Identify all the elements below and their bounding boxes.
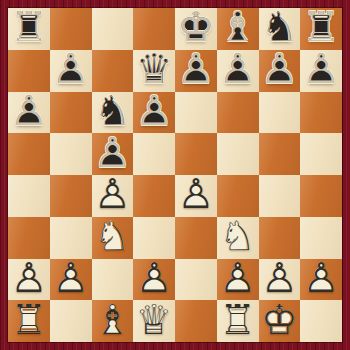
square-e4[interactable]: ♟♙ bbox=[175, 175, 217, 217]
square-b7[interactable]: ♟♙ bbox=[50, 50, 92, 92]
square-g2[interactable]: ♟♙ bbox=[259, 259, 301, 301]
piece-glyph-line: ♙ bbox=[10, 91, 47, 132]
square-a7[interactable] bbox=[8, 50, 50, 92]
white-knight[interactable]: ♞♘ bbox=[217, 217, 259, 259]
square-g7[interactable]: ♟♙ bbox=[259, 50, 301, 92]
square-c2[interactable] bbox=[92, 259, 134, 301]
square-d8[interactable] bbox=[133, 8, 175, 50]
piece-glyph-line: ♘ bbox=[261, 7, 298, 48]
square-h2[interactable]: ♟♙ bbox=[300, 259, 342, 301]
square-f8[interactable]: ♝♗ bbox=[217, 8, 259, 50]
square-f7[interactable]: ♟♙ bbox=[217, 50, 259, 92]
square-c8[interactable] bbox=[92, 8, 134, 50]
piece-glyph-line: ♖ bbox=[10, 300, 47, 341]
square-f1[interactable]: ♜♖ bbox=[217, 300, 259, 342]
square-f3[interactable]: ♞♘ bbox=[217, 217, 259, 259]
square-e7[interactable]: ♟♙ bbox=[175, 50, 217, 92]
black-knight[interactable]: ♞♘ bbox=[92, 92, 134, 134]
white-pawn[interactable]: ♟♙ bbox=[50, 259, 92, 301]
piece-glyph-line: ♘ bbox=[94, 91, 131, 132]
square-a5[interactable] bbox=[8, 133, 50, 175]
black-rook[interactable]: ♜♖ bbox=[8, 8, 50, 50]
piece-glyph-line: ♙ bbox=[136, 91, 173, 132]
square-h7[interactable]: ♟♙ bbox=[300, 50, 342, 92]
piece-glyph-line: ♙ bbox=[10, 258, 47, 299]
black-pawn[interactable]: ♟♙ bbox=[175, 50, 217, 92]
piece-glyph-line: ♕ bbox=[136, 49, 173, 90]
square-b6[interactable] bbox=[50, 92, 92, 134]
white-pawn[interactable]: ♟♙ bbox=[92, 175, 134, 217]
square-e2[interactable] bbox=[175, 259, 217, 301]
square-e8[interactable]: ♚♔ bbox=[175, 8, 217, 50]
piece-glyph-line: ♙ bbox=[94, 133, 131, 174]
square-h8[interactable]: ♜♖ bbox=[300, 8, 342, 50]
square-e1[interactable] bbox=[175, 300, 217, 342]
white-pawn[interactable]: ♟♙ bbox=[175, 175, 217, 217]
square-a1[interactable]: ♜♖ bbox=[8, 300, 50, 342]
square-g4[interactable] bbox=[259, 175, 301, 217]
black-pawn[interactable]: ♟♙ bbox=[133, 92, 175, 134]
piece-glyph-line: ♙ bbox=[177, 49, 214, 90]
square-d4[interactable] bbox=[133, 175, 175, 217]
square-a3[interactable] bbox=[8, 217, 50, 259]
white-pawn[interactable]: ♟♙ bbox=[217, 259, 259, 301]
black-pawn[interactable]: ♟♙ bbox=[8, 92, 50, 134]
black-queen[interactable]: ♛♕ bbox=[133, 50, 175, 92]
white-queen[interactable]: ♛♕ bbox=[133, 300, 175, 342]
square-h6[interactable] bbox=[300, 92, 342, 134]
square-b4[interactable] bbox=[50, 175, 92, 217]
square-g1[interactable]: ♚♔ bbox=[259, 300, 301, 342]
piece-glyph-line: ♙ bbox=[219, 258, 256, 299]
white-king[interactable]: ♚♔ bbox=[259, 300, 301, 342]
white-pawn[interactable]: ♟♙ bbox=[259, 259, 301, 301]
square-e5[interactable] bbox=[175, 133, 217, 175]
piece-glyph-line: ♙ bbox=[261, 258, 298, 299]
square-c1[interactable]: ♝♗ bbox=[92, 300, 134, 342]
board-frame: ♜♖♚♔♝♗♞♘♜♖♟♙♛♕♟♙♟♙♟♙♟♙♟♙♞♘♟♙♟♙♟♙♟♙♞♘♞♘♟♙… bbox=[0, 0, 350, 350]
piece-glyph-line: ♙ bbox=[136, 258, 173, 299]
square-d3[interactable] bbox=[133, 217, 175, 259]
square-d6[interactable]: ♟♙ bbox=[133, 92, 175, 134]
black-pawn[interactable]: ♟♙ bbox=[92, 133, 134, 175]
black-pawn[interactable]: ♟♙ bbox=[217, 50, 259, 92]
piece-glyph-line: ♖ bbox=[10, 7, 47, 48]
square-h4[interactable] bbox=[300, 175, 342, 217]
piece-glyph-line: ♙ bbox=[94, 174, 131, 215]
square-d7[interactable]: ♛♕ bbox=[133, 50, 175, 92]
piece-glyph-line: ♙ bbox=[303, 49, 340, 90]
square-e3[interactable] bbox=[175, 217, 217, 259]
piece-glyph-line: ♔ bbox=[177, 7, 214, 48]
black-rook[interactable]: ♜♖ bbox=[300, 8, 342, 50]
square-f4[interactable] bbox=[217, 175, 259, 217]
piece-glyph-line: ♔ bbox=[261, 300, 298, 341]
piece-glyph-line: ♙ bbox=[52, 258, 89, 299]
white-pawn[interactable]: ♟♙ bbox=[300, 259, 342, 301]
square-d1[interactable]: ♛♕ bbox=[133, 300, 175, 342]
square-b3[interactable] bbox=[50, 217, 92, 259]
piece-glyph-line: ♙ bbox=[219, 49, 256, 90]
square-f2[interactable]: ♟♙ bbox=[217, 259, 259, 301]
white-rook[interactable]: ♜♖ bbox=[217, 300, 259, 342]
square-b1[interactable] bbox=[50, 300, 92, 342]
square-b5[interactable] bbox=[50, 133, 92, 175]
piece-glyph-line: ♙ bbox=[52, 49, 89, 90]
piece-glyph-line: ♙ bbox=[303, 258, 340, 299]
black-king[interactable]: ♚♔ bbox=[175, 8, 217, 50]
square-a4[interactable] bbox=[8, 175, 50, 217]
white-knight[interactable]: ♞♘ bbox=[92, 217, 134, 259]
square-a8[interactable]: ♜♖ bbox=[8, 8, 50, 50]
square-a2[interactable]: ♟♙ bbox=[8, 259, 50, 301]
square-g6[interactable] bbox=[259, 92, 301, 134]
black-pawn[interactable]: ♟♙ bbox=[259, 50, 301, 92]
square-b2[interactable]: ♟♙ bbox=[50, 259, 92, 301]
square-g8[interactable]: ♞♘ bbox=[259, 8, 301, 50]
square-f5[interactable] bbox=[217, 133, 259, 175]
chess-board: ♜♖♚♔♝♗♞♘♜♖♟♙♛♕♟♙♟♙♟♙♟♙♟♙♞♘♟♙♟♙♟♙♟♙♞♘♞♘♟♙… bbox=[8, 8, 342, 342]
square-c5[interactable]: ♟♙ bbox=[92, 133, 134, 175]
black-knight[interactable]: ♞♘ bbox=[259, 8, 301, 50]
black-bishop[interactable]: ♝♗ bbox=[217, 8, 259, 50]
piece-glyph-line: ♗ bbox=[219, 7, 256, 48]
square-c6[interactable]: ♞♘ bbox=[92, 92, 134, 134]
square-h5[interactable] bbox=[300, 133, 342, 175]
black-pawn[interactable]: ♟♙ bbox=[300, 50, 342, 92]
white-pawn[interactable]: ♟♙ bbox=[133, 259, 175, 301]
piece-glyph-line: ♙ bbox=[177, 174, 214, 215]
piece-glyph-line: ♖ bbox=[303, 7, 340, 48]
square-e6[interactable] bbox=[175, 92, 217, 134]
piece-glyph-line: ♕ bbox=[136, 300, 173, 341]
square-c3[interactable]: ♞♘ bbox=[92, 217, 134, 259]
black-pawn[interactable]: ♟♙ bbox=[50, 50, 92, 92]
square-a6[interactable]: ♟♙ bbox=[8, 92, 50, 134]
white-pawn[interactable]: ♟♙ bbox=[8, 259, 50, 301]
square-c7[interactable] bbox=[92, 50, 134, 92]
piece-glyph-line: ♙ bbox=[261, 49, 298, 90]
piece-glyph-line: ♗ bbox=[94, 300, 131, 341]
white-bishop[interactable]: ♝♗ bbox=[92, 300, 134, 342]
square-b8[interactable] bbox=[50, 8, 92, 50]
square-c4[interactable]: ♟♙ bbox=[92, 175, 134, 217]
square-h3[interactable] bbox=[300, 217, 342, 259]
white-rook[interactable]: ♜♖ bbox=[8, 300, 50, 342]
square-d5[interactable] bbox=[133, 133, 175, 175]
square-g3[interactable] bbox=[259, 217, 301, 259]
square-g5[interactable] bbox=[259, 133, 301, 175]
square-f6[interactable] bbox=[217, 92, 259, 134]
piece-glyph-line: ♘ bbox=[94, 216, 131, 257]
square-d2[interactable]: ♟♙ bbox=[133, 259, 175, 301]
piece-glyph-line: ♘ bbox=[219, 216, 256, 257]
piece-glyph-line: ♖ bbox=[219, 300, 256, 341]
square-h1[interactable] bbox=[300, 300, 342, 342]
